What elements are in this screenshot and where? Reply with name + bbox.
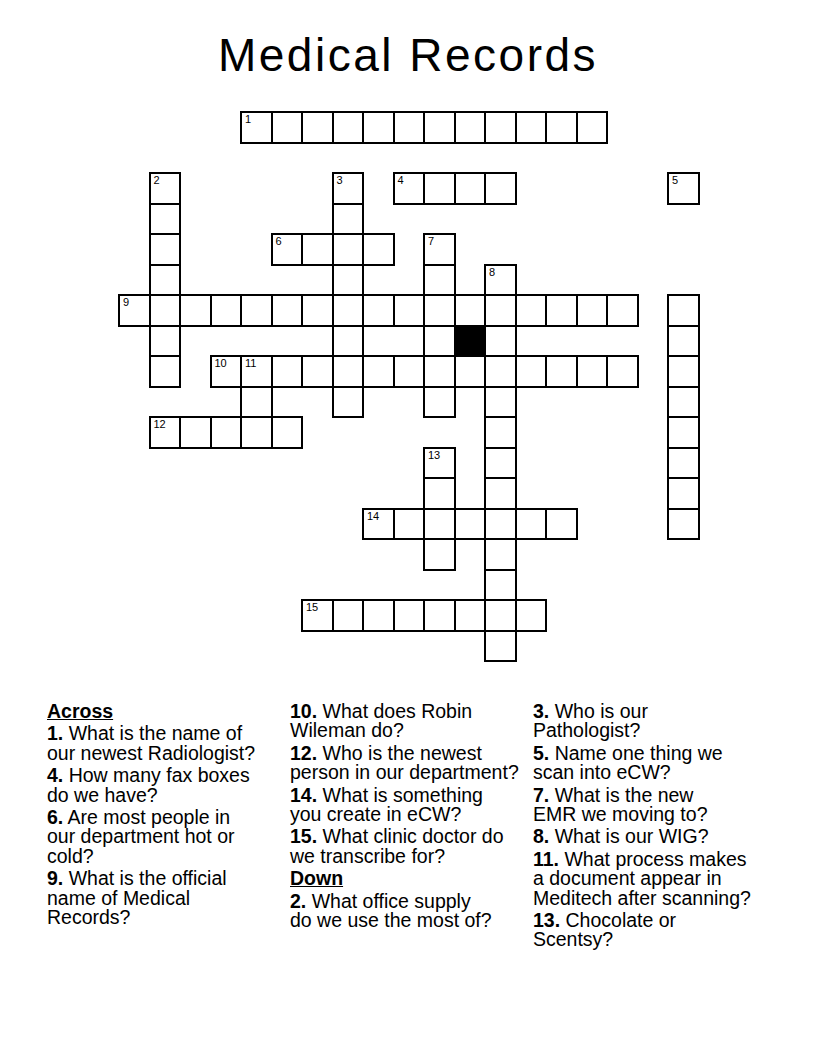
- grid-cell-r6c7[interactable]: [332, 294, 365, 327]
- grid-cell-r13c12[interactable]: [484, 508, 517, 541]
- grid-cell-r6c6[interactable]: [301, 294, 334, 327]
- grid-cell-r6c13[interactable]: [515, 294, 548, 327]
- grid-cell-r9c7[interactable]: [332, 386, 365, 419]
- grid-cell-r13c9[interactable]: [393, 508, 426, 541]
- grid-cell-r6c18[interactable]: [667, 294, 700, 327]
- clue-14: 14. What is something you create in eCW?: [290, 786, 542, 825]
- grid-cell-r11c18[interactable]: [667, 447, 700, 480]
- clue-column-1: Across1. What is the name of our newest …: [47, 702, 299, 930]
- clue-text: What is the new EMR we moving to?: [533, 784, 707, 825]
- grid-cell-r7c7[interactable]: [332, 325, 365, 358]
- clue-7: 7. What is the new EMR we moving to?: [533, 786, 785, 825]
- clue-text: How many fax boxes do we have?: [47, 764, 250, 805]
- grid-cell-r6c14[interactable]: [545, 294, 578, 327]
- clue-text: What office supply do we use the most of…: [290, 890, 492, 931]
- grid-cell-r15c12[interactable]: [484, 569, 517, 602]
- grid-cell-r4c6[interactable]: [301, 233, 334, 266]
- grid-cell-r9c12[interactable]: [484, 386, 517, 419]
- clue-2: 2. What office supply do we use the most…: [290, 892, 542, 931]
- grid-cell-r8c3[interactable]: 10: [210, 355, 243, 388]
- grid-cell-r8c7[interactable]: [332, 355, 365, 388]
- grid-cell-r2c11[interactable]: [454, 172, 487, 205]
- cell-number-12-across: 12: [154, 419, 166, 430]
- grid-cell-r6c3[interactable]: [210, 294, 243, 327]
- page-title: Medical Records: [0, 28, 816, 83]
- clue-number-label: 8.: [533, 825, 549, 847]
- grid-cell-r6c12[interactable]: [484, 294, 517, 327]
- grid-cell-r10c3[interactable]: [210, 416, 243, 449]
- grid-cell-r8c4[interactable]: 11: [240, 355, 273, 388]
- clue-text: Name one thing we scan into eCW?: [533, 742, 723, 783]
- clue-11: 11. What process makes a document appear…: [533, 850, 785, 908]
- grid-cell-r2c7[interactable]: 3: [332, 172, 365, 205]
- clue-text: What does Robin Wileman do?: [290, 700, 472, 741]
- grid-cell-r0c9[interactable]: [393, 111, 426, 144]
- grid-cell-r6c2[interactable]: [179, 294, 212, 327]
- grid-cell-r9c4[interactable]: [240, 386, 273, 419]
- grid-cell-r5c7[interactable]: [332, 264, 365, 297]
- cell-number-3-down: 3: [337, 175, 343, 186]
- grid-cell-r4c8[interactable]: [362, 233, 395, 266]
- grid-cell-r16c12[interactable]: [484, 599, 517, 632]
- clue-6: 6. Are most people in our department hot…: [47, 808, 299, 866]
- clue-text: Who is our Pathologist?: [533, 700, 648, 741]
- grid-cell-r9c18[interactable]: [667, 386, 700, 419]
- grid-cell-r0c15[interactable]: [576, 111, 609, 144]
- grid-cell-r16c13[interactable]: [515, 599, 548, 632]
- grid-cell-r8c12[interactable]: [484, 355, 517, 388]
- grid-cell-r6c10[interactable]: [423, 294, 456, 327]
- cell-number-5-down: 5: [672, 175, 678, 186]
- grid-cell-r8c8[interactable]: [362, 355, 395, 388]
- grid-cell-r8c15[interactable]: [576, 355, 609, 388]
- grid-cell-r16c10[interactable]: [423, 599, 456, 632]
- grid-cell-r0c7[interactable]: [332, 111, 365, 144]
- grid-cell-r16c9[interactable]: [393, 599, 426, 632]
- cell-number-7-down: 7: [428, 236, 434, 247]
- grid-cell-r0c13[interactable]: [515, 111, 548, 144]
- clue-text: What is the official name of Medical Rec…: [47, 867, 227, 928]
- clue-3: 3. Who is our Pathologist?: [533, 702, 785, 741]
- grid-cell-r8c1[interactable]: [149, 355, 182, 388]
- grid-cell-r10c4[interactable]: [240, 416, 273, 449]
- grid-cell-r0c6[interactable]: [301, 111, 334, 144]
- grid-cell-r16c6[interactable]: 15: [301, 599, 334, 632]
- grid-cell-r0c8[interactable]: [362, 111, 395, 144]
- grid-cell-r13c18[interactable]: [667, 508, 700, 541]
- cell-number-8-down: 8: [489, 267, 495, 278]
- grid-cell-r4c10[interactable]: 7: [423, 233, 456, 266]
- grid-cell-r6c16[interactable]: [606, 294, 639, 327]
- clue-4: 4. How many fax boxes do we have?: [47, 766, 299, 805]
- clue-10: 10. What does Robin Wileman do?: [290, 702, 542, 741]
- clue-1: 1. What is the name of our newest Radiol…: [47, 724, 299, 763]
- clue-column-2: 10. What does Robin Wileman do?12. Who i…: [290, 702, 542, 933]
- grid-cell-r13c11[interactable]: [454, 508, 487, 541]
- grid-cell-r8c18[interactable]: [667, 355, 700, 388]
- clue-column-3: 3. Who is our Pathologist?5. Name one th…: [533, 702, 785, 953]
- grid-cell-r12c18[interactable]: [667, 477, 700, 510]
- clue-5: 5. Name one thing we scan into eCW?: [533, 744, 785, 783]
- grid-cell-r7c12[interactable]: [484, 325, 517, 358]
- grid-cell-r0c5[interactable]: [271, 111, 304, 144]
- grid-cell-r0c10[interactable]: [423, 111, 456, 144]
- grid-cell-r13c14[interactable]: [545, 508, 578, 541]
- down-heading: Down: [290, 869, 542, 888]
- grid-cell-r8c6[interactable]: [301, 355, 334, 388]
- grid-cell-r6c15[interactable]: [576, 294, 609, 327]
- grid-cell-r0c14[interactable]: [545, 111, 578, 144]
- grid-cell-r4c1[interactable]: [149, 233, 182, 266]
- grid-cell-r10c5[interactable]: [271, 416, 304, 449]
- grid-cell-r14c12[interactable]: [484, 538, 517, 571]
- grid-cell-r6c0[interactable]: 9: [118, 294, 151, 327]
- grid-cell-r8c10[interactable]: [423, 355, 456, 388]
- clue-9: 9. What is the official name of Medical …: [47, 869, 299, 927]
- grid-cell-r13c10[interactable]: [423, 508, 456, 541]
- grid-cell-r5c10[interactable]: [423, 264, 456, 297]
- grid-cell-r4c5[interactable]: 6: [271, 233, 304, 266]
- grid-cell-r7c10[interactable]: [423, 325, 456, 358]
- cell-number-11-down: 11: [245, 358, 256, 369]
- grid-cell-r6c4[interactable]: [240, 294, 273, 327]
- grid-cell-r5c12[interactable]: 8: [484, 264, 517, 297]
- cell-number-2-down: 2: [154, 175, 160, 186]
- clue-15: 15. What clinic doctor do we transcribe …: [290, 827, 542, 866]
- grid-cell-r10c18[interactable]: [667, 416, 700, 449]
- clue-text: Who is the newest person in our departme…: [290, 742, 519, 783]
- clue-13: 13. Chocolate or Scentsy?: [533, 911, 785, 950]
- cell-number-4-across: 4: [398, 175, 404, 186]
- grid-cell-r8c14[interactable]: [545, 355, 578, 388]
- grid-cell-r6c8[interactable]: [362, 294, 395, 327]
- grid-cell-r8c5[interactable]: [271, 355, 304, 388]
- grid-cell-r4c7[interactable]: [332, 233, 365, 266]
- cell-number-9-across: 9: [123, 297, 129, 308]
- grid-cell-r16c11[interactable]: [454, 599, 487, 632]
- clue-text: What is something you create in eCW?: [290, 784, 483, 825]
- grid-cell-r6c11[interactable]: [454, 294, 487, 327]
- clue-text: What is our WIG?: [555, 825, 709, 847]
- grid-cell-r7c18[interactable]: [667, 325, 700, 358]
- grid-cell-r0c11[interactable]: [454, 111, 487, 144]
- grid-cell-r0c4[interactable]: 1: [240, 111, 273, 144]
- grid-cell-r8c9[interactable]: [393, 355, 426, 388]
- grid-cell-r3c1[interactable]: [149, 203, 182, 236]
- grid-cell-r6c1[interactable]: [149, 294, 182, 327]
- clue-text: What clinic doctor do we transcribe for?: [290, 825, 504, 866]
- grid-cell-r16c8[interactable]: [362, 599, 395, 632]
- cell-number-13-down: 13: [428, 450, 440, 461]
- grid-cell-r16c7[interactable]: [332, 599, 365, 632]
- grid-cell-r8c16[interactable]: [606, 355, 639, 388]
- clue-text: What is the name of our newest Radiologi…: [47, 722, 255, 763]
- grid-cell-r5c1[interactable]: [149, 264, 182, 297]
- grid-cell-r9c10[interactable]: [423, 386, 456, 419]
- grid-cell-r12c10[interactable]: [423, 477, 456, 510]
- crossword-grid: 123456789101112131415: [118, 111, 700, 662]
- grid-cell-r3c7[interactable]: [332, 203, 365, 236]
- grid-cell-r14c10[interactable]: [423, 538, 456, 571]
- grid-cell-r11c12[interactable]: [484, 447, 517, 480]
- grid-cell-r2c18[interactable]: 5: [667, 172, 700, 205]
- cell-number-15-across: 15: [306, 602, 318, 613]
- grid-cell-r2c1[interactable]: 2: [149, 172, 182, 205]
- grid-cell-r10c2[interactable]: [179, 416, 212, 449]
- grid-cell-r17c12[interactable]: [484, 630, 517, 663]
- grid-cell-r10c1[interactable]: 12: [149, 416, 182, 449]
- grid-cell-r12c12[interactable]: [484, 477, 517, 510]
- grid-cell-r6c9[interactable]: [393, 294, 426, 327]
- black-cell: [454, 325, 487, 358]
- cell-number-6-across: 6: [276, 236, 282, 247]
- cell-number-10-across: 10: [215, 358, 227, 369]
- grid-cell-r2c12[interactable]: [484, 172, 517, 205]
- cell-number-1-across: 1: [245, 114, 251, 125]
- grid-cell-r2c10[interactable]: [423, 172, 456, 205]
- clue-text: What process makes a document appear in …: [533, 848, 751, 909]
- grid-cell-r0c12[interactable]: [484, 111, 517, 144]
- grid-cell-r7c1[interactable]: [149, 325, 182, 358]
- grid-cell-r10c12[interactable]: [484, 416, 517, 449]
- clue-12: 12. Who is the newest person in our depa…: [290, 744, 542, 783]
- grid-cell-r13c13[interactable]: [515, 508, 548, 541]
- grid-cell-r11c10[interactable]: 13: [423, 447, 456, 480]
- grid-cell-r2c9[interactable]: 4: [393, 172, 426, 205]
- grid-cell-r13c8[interactable]: 14: [362, 508, 395, 541]
- clue-8: 8. What is our WIG?: [533, 827, 785, 846]
- clue-text: Are most people in our department hot or…: [47, 806, 235, 867]
- grid-cell-r6c5[interactable]: [271, 294, 304, 327]
- across-heading: Across: [47, 702, 299, 721]
- grid-cell-r8c13[interactable]: [515, 355, 548, 388]
- cell-number-14-across: 14: [367, 511, 379, 522]
- grid-cell-r8c11[interactable]: [454, 355, 487, 388]
